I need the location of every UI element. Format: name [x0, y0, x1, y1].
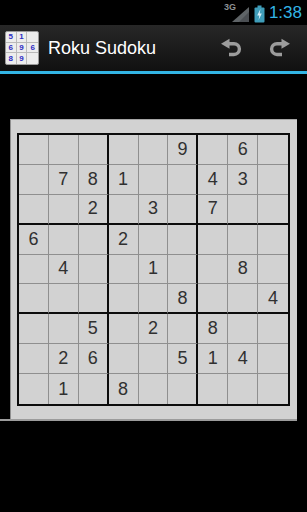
cell-r7c3[interactable]: 5: [79, 314, 109, 344]
app-icon-cell: 6: [27, 43, 38, 54]
cell-r2c8[interactable]: 3: [228, 165, 258, 195]
cell-r5c6[interactable]: [168, 255, 198, 285]
app-title: Roku Sudoku: [48, 38, 208, 59]
cell-r4c6[interactable]: [168, 225, 198, 255]
cell-r9c2[interactable]: 1: [49, 374, 79, 404]
cell-r1c8[interactable]: 6: [228, 135, 258, 165]
cell-r2c5[interactable]: [139, 165, 169, 195]
cell-r8c2[interactable]: 2: [49, 344, 79, 374]
cell-r7c4[interactable]: [109, 314, 139, 344]
cell-r6c3[interactable]: [79, 284, 109, 314]
app-icon-cell: 5: [6, 32, 17, 43]
undo-button[interactable]: [208, 27, 255, 69]
cell-r6c1[interactable]: [19, 284, 49, 314]
cell-r3c8[interactable]: [228, 195, 258, 225]
cell-r8c1[interactable]: [19, 344, 49, 374]
cell-r2c3[interactable]: 8: [79, 165, 109, 195]
cell-r5c8[interactable]: 8: [228, 255, 258, 285]
cell-r6c6[interactable]: 8: [168, 284, 198, 314]
cell-r6c9[interactable]: 4: [258, 284, 288, 314]
cell-r9c1[interactable]: [19, 374, 49, 404]
app-icon-cell: [27, 53, 38, 64]
cell-r4c2[interactable]: [49, 225, 79, 255]
cell-r4c5[interactable]: [139, 225, 169, 255]
status-bar: 3G 1:38: [0, 0, 307, 25]
cell-r8c8[interactable]: 4: [228, 344, 258, 374]
cell-r4c4[interactable]: 2: [109, 225, 139, 255]
cell-r1c7[interactable]: [198, 135, 228, 165]
cell-r8c6[interactable]: 5: [168, 344, 198, 374]
cell-r5c3[interactable]: [79, 255, 109, 285]
cell-r5c9[interactable]: [258, 255, 288, 285]
cell-r5c4[interactable]: [109, 255, 139, 285]
cell-r9c9[interactable]: [258, 374, 288, 404]
cell-r1c2[interactable]: [49, 135, 79, 165]
cell-r6c2[interactable]: [49, 284, 79, 314]
cell-r4c3[interactable]: [79, 225, 109, 255]
cell-r3c4[interactable]: [109, 195, 139, 225]
redo-button[interactable]: [255, 27, 302, 69]
cell-r9c6[interactable]: [168, 374, 198, 404]
cell-r7c5[interactable]: 2: [139, 314, 169, 344]
cell-r2c4[interactable]: 1: [109, 165, 139, 195]
cell-r1c1[interactable]: [19, 135, 49, 165]
battery-charging-icon: [254, 5, 265, 23]
cell-r3c5[interactable]: 3: [139, 195, 169, 225]
cell-r2c2[interactable]: 7: [49, 165, 79, 195]
app-icon-cell: 6: [6, 43, 17, 54]
cell-r8c5[interactable]: [139, 344, 169, 374]
cell-r4c8[interactable]: [228, 225, 258, 255]
cell-r8c3[interactable]: 6: [79, 344, 109, 374]
redo-icon: [266, 37, 292, 59]
undo-icon: [219, 37, 245, 59]
cell-r2c9[interactable]: [258, 165, 288, 195]
network-type-label: 3G: [224, 2, 236, 12]
cell-r1c5[interactable]: [139, 135, 169, 165]
cell-r2c1[interactable]: [19, 165, 49, 195]
cell-r6c8[interactable]: [228, 284, 258, 314]
cell-r3c1[interactable]: [19, 195, 49, 225]
action-bar: 5169689 Roku Sudoku: [0, 25, 307, 74]
sudoku-board: 967814323762418845282651418: [17, 133, 290, 406]
cell-r2c6[interactable]: [168, 165, 198, 195]
cell-r1c9[interactable]: [258, 135, 288, 165]
app-icon[interactable]: 5169689: [5, 31, 39, 65]
cell-r8c9[interactable]: [258, 344, 288, 374]
cell-r5c5[interactable]: 1: [139, 255, 169, 285]
cell-r5c7[interactable]: [198, 255, 228, 285]
cell-r4c1[interactable]: 6: [19, 225, 49, 255]
app-icon-cell: 9: [17, 53, 28, 64]
panel-bottom-edge: [0, 419, 297, 421]
cell-r7c8[interactable]: [228, 314, 258, 344]
cell-r9c7[interactable]: [198, 374, 228, 404]
cell-r1c6[interactable]: 9: [168, 135, 198, 165]
cell-r3c3[interactable]: 2: [79, 195, 109, 225]
cell-r2c7[interactable]: 4: [198, 165, 228, 195]
cell-r4c7[interactable]: [198, 225, 228, 255]
cell-r7c7[interactable]: 8: [198, 314, 228, 344]
cell-r5c2[interactable]: 4: [49, 255, 79, 285]
cell-r1c4[interactable]: [109, 135, 139, 165]
status-clock: 1:38: [269, 0, 302, 25]
cell-r6c4[interactable]: [109, 284, 139, 314]
cell-r9c5[interactable]: [139, 374, 169, 404]
cell-r7c1[interactable]: [19, 314, 49, 344]
cell-r7c9[interactable]: [258, 314, 288, 344]
cell-r8c7[interactable]: 1: [198, 344, 228, 374]
cell-r8c4[interactable]: [109, 344, 139, 374]
cell-r7c6[interactable]: [168, 314, 198, 344]
cell-r6c7[interactable]: [198, 284, 228, 314]
app-icon-cell: 8: [6, 53, 17, 64]
cell-r6c5[interactable]: [139, 284, 169, 314]
cell-r4c9[interactable]: [258, 225, 288, 255]
cell-r7c2[interactable]: [49, 314, 79, 344]
cell-r3c9[interactable]: [258, 195, 288, 225]
board-panel: 967814323762418845282651418: [10, 119, 297, 421]
app-icon-cell: 1: [17, 32, 28, 43]
cell-r5c1[interactable]: [19, 255, 49, 285]
app-icon-cell: 9: [17, 43, 28, 54]
cell-r3c2[interactable]: [49, 195, 79, 225]
cell-r9c3[interactable]: [79, 374, 109, 404]
cell-r9c8[interactable]: [228, 374, 258, 404]
cell-r9c4[interactable]: 8: [109, 374, 139, 404]
cell-r1c3[interactable]: [79, 135, 109, 165]
app-icon-cell: [27, 32, 38, 43]
cell-r3c6[interactable]: [168, 195, 198, 225]
cell-r3c7[interactable]: 7: [198, 195, 228, 225]
